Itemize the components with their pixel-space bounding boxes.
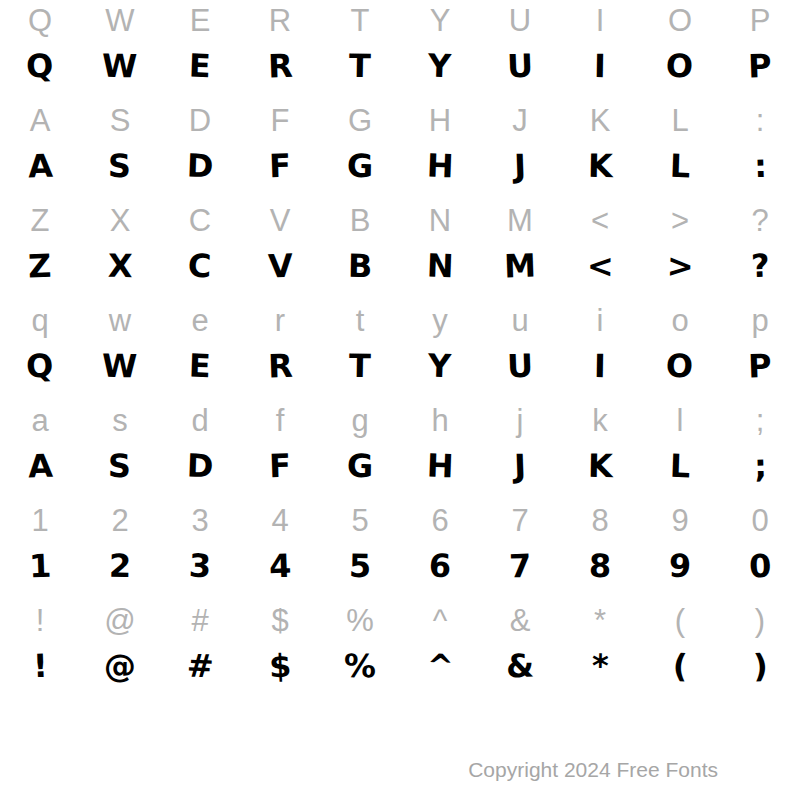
preview-glyph: < xyxy=(586,250,613,282)
preview-glyph: 1 xyxy=(28,550,51,583)
preview-glyph: 3 xyxy=(188,550,211,583)
preview-row: QWERTYUIOP xyxy=(0,340,800,392)
reference-glyph: a xyxy=(31,405,48,436)
reference-glyph: l xyxy=(677,405,684,436)
reference-glyph: H xyxy=(429,105,451,136)
glyph-row-pair: ASDFGHJKL:ASDFGHJKL: xyxy=(0,100,800,200)
preview-glyph: 6 xyxy=(428,550,451,583)
preview-row: ASDFGHJKL: xyxy=(0,140,800,192)
preview-glyph: M xyxy=(504,249,537,282)
glyph-row-pair: ZXCVBNM<>?ZXCVBNM<>? xyxy=(0,200,800,300)
reference-glyph: 0 xyxy=(751,505,768,536)
reference-glyph: W xyxy=(105,5,134,36)
reference-glyph: g xyxy=(351,405,368,436)
preview-glyph: N xyxy=(426,250,454,283)
reference-glyph: : xyxy=(756,105,765,136)
preview-glyph: O xyxy=(666,50,694,83)
preview-glyph: & xyxy=(505,650,534,683)
reference-glyph: & xyxy=(510,605,531,636)
reference-glyph: T xyxy=(351,5,370,36)
preview-glyph: J xyxy=(513,150,526,182)
reference-row: qwertyuiop xyxy=(0,300,800,340)
reference-glyph: f xyxy=(276,405,285,436)
reference-glyph: t xyxy=(356,305,365,336)
preview-glyph: G xyxy=(347,450,374,482)
reference-glyph: E xyxy=(190,5,211,36)
reference-glyph: y xyxy=(432,305,448,336)
preview-glyph: U xyxy=(506,350,533,383)
preview-glyph: Y xyxy=(428,50,452,83)
preview-glyph: ? xyxy=(750,250,770,283)
preview-glyph: O xyxy=(666,350,694,383)
reference-glyph: h xyxy=(431,405,448,436)
reference-glyph: w xyxy=(109,305,131,336)
reference-glyph: d xyxy=(191,405,208,436)
reference-glyph: < xyxy=(591,205,609,236)
preview-glyph: B xyxy=(348,250,373,282)
glyph-row-pair: asdfghjkl;ASDFGHJKL; xyxy=(0,400,800,500)
reference-glyph: i xyxy=(597,305,604,336)
preview-glyph: X xyxy=(107,250,132,282)
reference-glyph: u xyxy=(511,305,528,336)
preview-glyph: S xyxy=(108,450,132,482)
reference-glyph: r xyxy=(275,305,285,336)
reference-glyph: ( xyxy=(675,605,685,636)
reference-glyph: o xyxy=(671,305,688,336)
preview-glyph: : xyxy=(753,150,767,182)
preview-glyph: H xyxy=(426,150,454,183)
preview-glyph: E xyxy=(189,350,212,383)
reference-glyph: B xyxy=(350,205,371,236)
reference-glyph: Q xyxy=(28,5,52,36)
reference-glyph: 2 xyxy=(111,505,128,536)
reference-glyph: * xyxy=(594,605,606,636)
preview-glyph: T xyxy=(349,50,371,82)
preview-row: ZXCVBNM<>? xyxy=(0,240,800,292)
preview-glyph: W xyxy=(102,50,138,83)
footer-copyright: Copyright 2024 Free Fonts xyxy=(468,758,718,782)
preview-glyph: P xyxy=(748,50,773,83)
preview-glyph: % xyxy=(344,650,377,683)
preview-glyph: A xyxy=(27,150,53,183)
reference-glyph: 8 xyxy=(591,505,608,536)
reference-glyph: J xyxy=(512,105,528,136)
preview-glyph: S xyxy=(108,150,132,182)
reference-glyph: S xyxy=(110,105,131,136)
preview-glyph: @ xyxy=(104,650,137,683)
reference-row: asdfghjkl; xyxy=(0,400,800,440)
reference-row: QWERTYUIOP xyxy=(0,0,800,40)
reference-glyph: 4 xyxy=(271,505,288,536)
reference-glyph: ) xyxy=(755,605,765,636)
preview-glyph: V xyxy=(267,250,293,283)
preview-glyph: ; xyxy=(753,450,767,482)
reference-glyph: O xyxy=(668,5,692,36)
reference-row: !@#$%^&*() xyxy=(0,600,800,640)
reference-glyph: L xyxy=(671,105,688,136)
reference-glyph: Y xyxy=(430,5,451,36)
reference-glyph: Z xyxy=(31,205,50,236)
preview-row: 1234567890 xyxy=(0,540,800,592)
preview-row: !@#$%^&*() xyxy=(0,640,800,692)
reference-glyph: q xyxy=(31,305,48,336)
preview-glyph: ) xyxy=(752,650,768,682)
reference-glyph: N xyxy=(429,205,451,236)
reference-glyph: 5 xyxy=(351,505,368,536)
reference-glyph: j xyxy=(517,405,524,436)
reference-glyph: 9 xyxy=(671,505,688,536)
reference-row: ASDFGHJKL: xyxy=(0,100,800,140)
preview-glyph: Y xyxy=(428,350,452,383)
reference-glyph: F xyxy=(271,105,290,136)
reference-glyph: 6 xyxy=(431,505,448,536)
preview-glyph: K xyxy=(587,150,612,182)
preview-glyph: * xyxy=(591,650,608,682)
reference-glyph: $ xyxy=(271,605,288,636)
preview-glyph: R xyxy=(267,350,293,383)
reference-glyph: 3 xyxy=(191,505,208,536)
reference-glyph: V xyxy=(270,205,291,236)
character-map: QWERTYUIOPQWERTYUIOPASDFGHJKL:ASDFGHJKL:… xyxy=(0,0,800,700)
reference-glyph: R xyxy=(269,5,291,36)
reference-glyph: C xyxy=(189,205,211,236)
preview-glyph: E xyxy=(189,50,212,83)
preview-glyph: P xyxy=(748,350,773,383)
reference-glyph: ^ xyxy=(433,605,448,636)
preview-glyph: K xyxy=(587,450,612,482)
preview-glyph: D xyxy=(186,150,214,183)
preview-glyph: 5 xyxy=(349,550,372,582)
preview-glyph: ^ xyxy=(426,650,454,683)
reference-glyph: X xyxy=(110,205,131,236)
reference-glyph: U xyxy=(509,5,531,36)
preview-glyph: C xyxy=(188,250,213,283)
glyph-row-pair: !@#$%^&*()!@#$%^&*() xyxy=(0,600,800,700)
preview-glyph: Z xyxy=(28,250,52,283)
preview-glyph: 0 xyxy=(748,550,771,583)
glyph-row-pair: 12345678901234567890 xyxy=(0,500,800,600)
preview-row: QWERTYUIOP xyxy=(0,40,800,92)
reference-glyph: s xyxy=(112,405,128,436)
reference-glyph: p xyxy=(751,305,768,336)
preview-glyph: R xyxy=(267,50,293,83)
preview-glyph: W xyxy=(102,350,138,383)
preview-glyph: I xyxy=(594,350,606,382)
reference-glyph: M xyxy=(507,205,533,236)
reference-glyph: @ xyxy=(104,605,135,636)
preview-glyph: ( xyxy=(672,650,688,682)
reference-glyph: I xyxy=(596,5,605,36)
preview-glyph: L xyxy=(669,450,690,483)
preview-glyph: H xyxy=(426,450,454,483)
reference-glyph: ? xyxy=(751,205,768,236)
preview-glyph: > xyxy=(666,250,694,283)
reference-glyph: G xyxy=(348,105,372,136)
preview-glyph: A xyxy=(27,450,53,483)
reference-glyph: ; xyxy=(756,405,765,436)
preview-glyph: I xyxy=(594,50,606,82)
glyph-row-pair: QWERTYUIOPQWERTYUIOP xyxy=(0,0,800,100)
preview-row: ASDFGHJKL; xyxy=(0,440,800,492)
preview-glyph: Q xyxy=(26,50,54,83)
reference-glyph: 1 xyxy=(31,505,48,536)
preview-glyph: L xyxy=(669,150,690,183)
reference-glyph: P xyxy=(750,5,771,36)
reference-glyph: D xyxy=(189,105,211,136)
preview-glyph: 2 xyxy=(109,550,132,582)
preview-glyph: G xyxy=(347,150,374,182)
preview-glyph: 4 xyxy=(268,550,291,583)
preview-glyph: J xyxy=(513,450,526,482)
preview-glyph: F xyxy=(269,450,292,483)
preview-glyph: # xyxy=(186,650,214,683)
reference-glyph: > xyxy=(671,205,689,236)
preview-glyph: 9 xyxy=(668,550,691,583)
reference-glyph: 7 xyxy=(511,505,528,536)
preview-glyph: $ xyxy=(268,650,291,683)
preview-glyph: U xyxy=(506,50,533,83)
preview-glyph: 8 xyxy=(589,550,612,582)
reference-row: ZXCVBNM<>? xyxy=(0,200,800,240)
preview-glyph: D xyxy=(186,450,214,483)
reference-glyph: k xyxy=(592,405,608,436)
reference-glyph: e xyxy=(191,305,208,336)
reference-glyph: # xyxy=(191,605,208,636)
reference-row: 1234567890 xyxy=(0,500,800,540)
preview-glyph: ! xyxy=(32,650,48,682)
preview-glyph: 7 xyxy=(508,550,531,583)
reference-glyph: K xyxy=(590,105,611,136)
reference-glyph: ! xyxy=(36,605,45,636)
reference-glyph: % xyxy=(346,605,374,636)
preview-glyph: Q xyxy=(26,350,54,383)
reference-glyph: A xyxy=(30,105,51,136)
preview-glyph: T xyxy=(349,350,371,382)
glyph-row-pair: qwertyuiopQWERTYUIOP xyxy=(0,300,800,400)
preview-glyph: F xyxy=(269,150,292,183)
